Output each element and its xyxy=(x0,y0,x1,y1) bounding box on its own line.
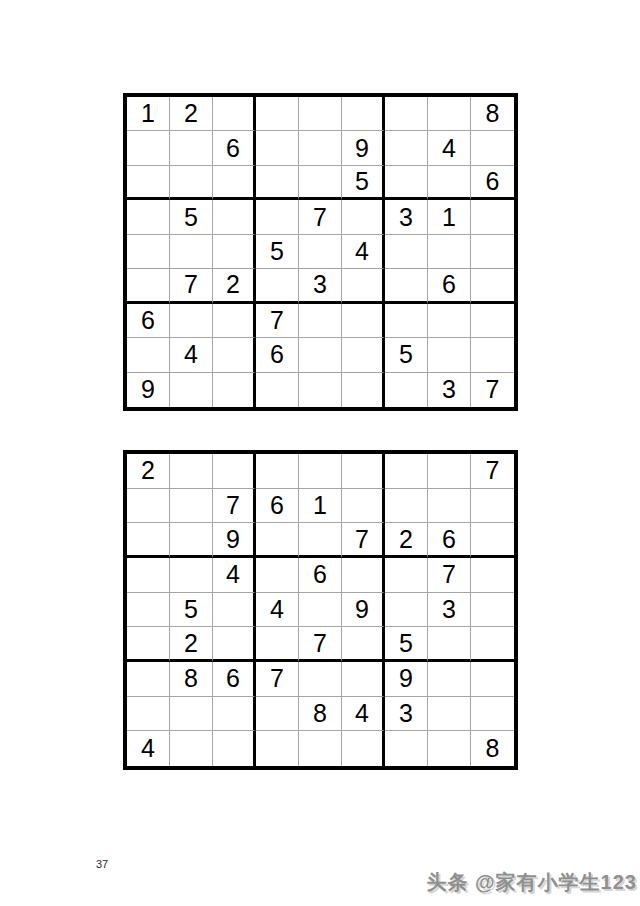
sudoku-cell-r9c3 xyxy=(213,731,256,766)
sudoku-cell-r6c1 xyxy=(127,627,170,662)
sudoku-cell-r8c1 xyxy=(127,338,170,372)
sudoku-cell-r1c8 xyxy=(428,454,471,489)
sudoku-cell-r6c5: 3 xyxy=(299,269,342,303)
sudoku-cell-r6c7 xyxy=(385,269,428,303)
sudoku-cell-r3c8 xyxy=(428,166,471,200)
sudoku-cell-r8c4: 6 xyxy=(256,338,299,372)
sudoku-cell-r8c3 xyxy=(213,338,256,372)
sudoku-cell-r6c6 xyxy=(342,627,385,662)
sudoku-cell-r8c2 xyxy=(170,697,213,732)
sudoku-cell-r2c3: 7 xyxy=(213,489,256,524)
sudoku-cell-r3c3: 9 xyxy=(213,523,256,558)
sudoku-cell-r6c2: 7 xyxy=(170,269,213,303)
sudoku-cell-r7c6 xyxy=(342,662,385,697)
sudoku-cell-r9c9: 7 xyxy=(471,373,514,407)
sudoku-cell-r3c9: 6 xyxy=(471,166,514,200)
sudoku-cell-r9c6 xyxy=(342,373,385,407)
sudoku-cell-r3c3 xyxy=(213,166,256,200)
watermark-text: 头条 @家有小学生123 xyxy=(427,869,637,896)
sudoku-cell-r4c7: 3 xyxy=(385,200,428,234)
sudoku-cell-r9c5 xyxy=(299,373,342,407)
sudoku-cell-r2c1 xyxy=(127,131,170,165)
sudoku-cell-r3c2 xyxy=(170,523,213,558)
sudoku-cell-r2c9 xyxy=(471,489,514,524)
sudoku-cell-r1c6 xyxy=(342,97,385,131)
sudoku-cell-r2c8: 4 xyxy=(428,131,471,165)
sudoku-cell-r8c7: 3 xyxy=(385,697,428,732)
sudoku-cell-r2c7 xyxy=(385,489,428,524)
sudoku-cell-r2c2 xyxy=(170,131,213,165)
sudoku-cell-r1c8 xyxy=(428,97,471,131)
sudoku-cell-r5c7 xyxy=(385,235,428,269)
sudoku-cell-r4c6 xyxy=(342,200,385,234)
sudoku-cell-r8c9 xyxy=(471,338,514,372)
sudoku-cell-r4c5: 6 xyxy=(299,558,342,593)
sudoku-cell-r6c4 xyxy=(256,627,299,662)
sudoku-cell-r1c5 xyxy=(299,454,342,489)
sudoku-cell-r2c5: 1 xyxy=(299,489,342,524)
sudoku-cell-r9c7 xyxy=(385,731,428,766)
sudoku-cell-r5c2: 5 xyxy=(170,593,213,628)
sudoku-cell-r3c7 xyxy=(385,166,428,200)
sudoku-cell-r3c9 xyxy=(471,523,514,558)
sudoku-cell-r1c7 xyxy=(385,97,428,131)
sudoku-cell-r6c3 xyxy=(213,627,256,662)
sudoku-cell-r7c3: 6 xyxy=(213,662,256,697)
sudoku-cell-r4c6 xyxy=(342,558,385,593)
sudoku-cell-r5c2 xyxy=(170,235,213,269)
sudoku-cell-r6c6 xyxy=(342,269,385,303)
sudoku-cell-r6c8 xyxy=(428,627,471,662)
sudoku-cell-r8c4 xyxy=(256,697,299,732)
sudoku-cell-r3c1 xyxy=(127,166,170,200)
sudoku-cell-r7c5 xyxy=(299,304,342,338)
sudoku-cell-r8c5 xyxy=(299,338,342,372)
sudoku-cell-r1c2 xyxy=(170,454,213,489)
sudoku-cell-r3c2 xyxy=(170,166,213,200)
sudoku-cell-r5c6: 4 xyxy=(342,235,385,269)
sudoku-cell-r4c8: 1 xyxy=(428,200,471,234)
sudoku-cell-r6c7: 5 xyxy=(385,627,428,662)
sudoku-cell-r3c6: 5 xyxy=(342,166,385,200)
sudoku-cell-r4c3: 4 xyxy=(213,558,256,593)
sudoku-cell-r7c9 xyxy=(471,304,514,338)
sudoku-cell-r6c2: 2 xyxy=(170,627,213,662)
sudoku-cell-r1c4 xyxy=(256,454,299,489)
sudoku-cell-r1c4 xyxy=(256,97,299,131)
sudoku-cell-r7c4: 7 xyxy=(256,304,299,338)
sudoku-cell-r9c8: 3 xyxy=(428,373,471,407)
sudoku-cell-r9c4 xyxy=(256,373,299,407)
sudoku-cell-r1c2: 2 xyxy=(170,97,213,131)
sudoku-cell-r6c8: 6 xyxy=(428,269,471,303)
sudoku-cell-r4c2: 5 xyxy=(170,200,213,234)
sudoku-cell-r2c2 xyxy=(170,489,213,524)
sudoku-cell-r8c7: 5 xyxy=(385,338,428,372)
sudoku-cell-r7c1: 6 xyxy=(127,304,170,338)
sudoku-cell-r6c9 xyxy=(471,269,514,303)
sudoku-cell-r2c6 xyxy=(342,489,385,524)
sudoku-cell-r8c8 xyxy=(428,338,471,372)
sudoku-cell-r1c9: 8 xyxy=(471,97,514,131)
sudoku-cell-r2c6: 9 xyxy=(342,131,385,165)
sudoku-cell-r9c6 xyxy=(342,731,385,766)
sudoku-cell-r4c2 xyxy=(170,558,213,593)
sudoku-cell-r7c4: 7 xyxy=(256,662,299,697)
sudoku-cell-r7c8 xyxy=(428,304,471,338)
sudoku-cell-r8c8 xyxy=(428,697,471,732)
sudoku-cell-r1c9: 7 xyxy=(471,454,514,489)
sudoku-cell-r5c8 xyxy=(428,235,471,269)
sudoku-cell-r7c6 xyxy=(342,304,385,338)
sudoku-cell-r5c7 xyxy=(385,593,428,628)
sudoku-cell-r5c3 xyxy=(213,235,256,269)
sudoku-cell-r1c1: 1 xyxy=(127,97,170,131)
sudoku-cell-r4c1 xyxy=(127,200,170,234)
sudoku-cell-r7c7: 9 xyxy=(385,662,428,697)
sudoku-cell-r8c6 xyxy=(342,338,385,372)
sudoku-cell-r4c5: 7 xyxy=(299,200,342,234)
sudoku-cell-r9c7 xyxy=(385,373,428,407)
sudoku-cell-r6c1 xyxy=(127,269,170,303)
sudoku-grid-bottom: 2776197264675493275867984348 xyxy=(123,450,518,770)
sudoku-cell-r7c3 xyxy=(213,304,256,338)
sudoku-cell-r3c5 xyxy=(299,523,342,558)
sudoku-cell-r1c1: 2 xyxy=(127,454,170,489)
sudoku-cell-r6c4 xyxy=(256,269,299,303)
sudoku-cell-r5c4: 4 xyxy=(256,593,299,628)
sudoku-cell-r8c9 xyxy=(471,697,514,732)
sudoku-cell-r5c6: 9 xyxy=(342,593,385,628)
sudoku-cell-r8c5: 8 xyxy=(299,697,342,732)
sudoku-cell-r2c4: 6 xyxy=(256,489,299,524)
sudoku-cell-r1c3 xyxy=(213,97,256,131)
sudoku-cell-r9c8 xyxy=(428,731,471,766)
page-number: 37 xyxy=(96,858,108,870)
sudoku-grid-top: 12869456573154723667465937 xyxy=(123,93,518,411)
sudoku-cell-r3c7: 2 xyxy=(385,523,428,558)
sudoku-cell-r1c6 xyxy=(342,454,385,489)
sudoku-cell-r5c1 xyxy=(127,593,170,628)
sudoku-cell-r9c2 xyxy=(170,373,213,407)
sudoku-cell-r4c9 xyxy=(471,200,514,234)
sudoku-cell-r2c1 xyxy=(127,489,170,524)
sudoku-cell-r5c8: 3 xyxy=(428,593,471,628)
worksheet-page: 12869456573154723667465937 2776197264675… xyxy=(0,0,640,906)
sudoku-cell-r1c5 xyxy=(299,97,342,131)
sudoku-cell-r3c4 xyxy=(256,523,299,558)
sudoku-cell-r4c8: 7 xyxy=(428,558,471,593)
sudoku-cell-r5c9 xyxy=(471,593,514,628)
sudoku-cell-r4c1 xyxy=(127,558,170,593)
sudoku-cell-r7c1 xyxy=(127,662,170,697)
sudoku-cell-r9c3 xyxy=(213,373,256,407)
sudoku-cell-r8c6: 4 xyxy=(342,697,385,732)
sudoku-cell-r5c3 xyxy=(213,593,256,628)
sudoku-cell-r7c9 xyxy=(471,662,514,697)
sudoku-cell-r2c5 xyxy=(299,131,342,165)
sudoku-cell-r3c8: 6 xyxy=(428,523,471,558)
sudoku-cell-r3c6: 7 xyxy=(342,523,385,558)
sudoku-cell-r7c2 xyxy=(170,304,213,338)
sudoku-cell-r3c5 xyxy=(299,166,342,200)
sudoku-cell-r4c3 xyxy=(213,200,256,234)
sudoku-cell-r5c5 xyxy=(299,593,342,628)
sudoku-cell-r6c9 xyxy=(471,627,514,662)
sudoku-cell-r4c7 xyxy=(385,558,428,593)
sudoku-cell-r2c7 xyxy=(385,131,428,165)
sudoku-cell-r6c3: 2 xyxy=(213,269,256,303)
sudoku-cell-r8c3 xyxy=(213,697,256,732)
sudoku-cell-r8c2: 4 xyxy=(170,338,213,372)
sudoku-cell-r5c9 xyxy=(471,235,514,269)
sudoku-cell-r9c1: 9 xyxy=(127,373,170,407)
sudoku-cell-r2c8 xyxy=(428,489,471,524)
sudoku-cell-r4c4 xyxy=(256,200,299,234)
sudoku-cell-r2c9 xyxy=(471,131,514,165)
sudoku-cell-r2c3: 6 xyxy=(213,131,256,165)
sudoku-cell-r5c4: 5 xyxy=(256,235,299,269)
sudoku-cell-r9c4 xyxy=(256,731,299,766)
sudoku-cell-r3c4 xyxy=(256,166,299,200)
sudoku-cell-r7c5 xyxy=(299,662,342,697)
sudoku-cell-r9c9: 8 xyxy=(471,731,514,766)
sudoku-cell-r9c5 xyxy=(299,731,342,766)
sudoku-cell-r4c9 xyxy=(471,558,514,593)
sudoku-cell-r5c1 xyxy=(127,235,170,269)
sudoku-cell-r4c4 xyxy=(256,558,299,593)
sudoku-cell-r8c1 xyxy=(127,697,170,732)
sudoku-cell-r5c5 xyxy=(299,235,342,269)
sudoku-cell-r7c8 xyxy=(428,662,471,697)
sudoku-cell-r7c2: 8 xyxy=(170,662,213,697)
sudoku-cell-r9c2 xyxy=(170,731,213,766)
sudoku-cell-r9c1: 4 xyxy=(127,731,170,766)
sudoku-cell-r1c7 xyxy=(385,454,428,489)
sudoku-cell-r6c5: 7 xyxy=(299,627,342,662)
sudoku-cell-r3c1 xyxy=(127,523,170,558)
sudoku-cell-r7c7 xyxy=(385,304,428,338)
sudoku-cell-r2c4 xyxy=(256,131,299,165)
sudoku-cell-r1c3 xyxy=(213,454,256,489)
